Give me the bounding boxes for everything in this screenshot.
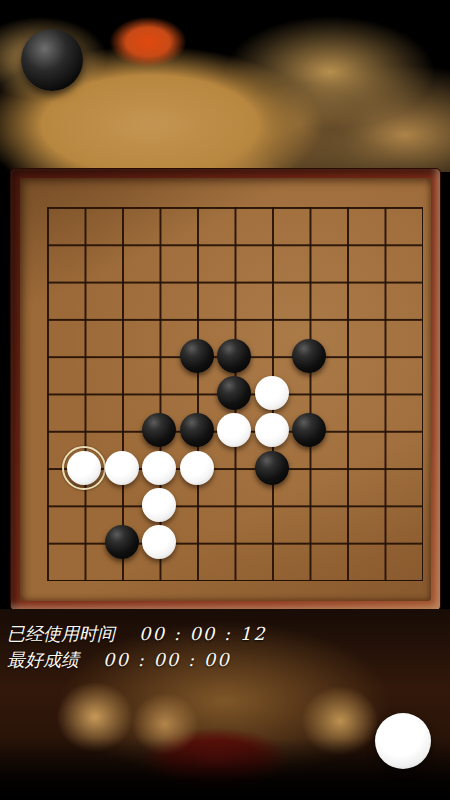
white-stone-last-move [67,451,101,485]
black-stone [105,525,139,559]
white-stone [180,451,214,485]
board-frame [10,168,441,611]
game-screen: 已经使用时间00 : 00 : 12 最好成绩00 : 00 : 00 [0,0,450,800]
decor-white-stone [375,713,431,769]
black-stone [180,339,214,373]
white-stone [142,525,176,559]
best-score-label: 最好成绩 [7,649,79,670]
white-stone [105,451,139,485]
elapsed-time-label: 已经使用时间 [7,623,115,644]
board-surface [20,178,431,601]
best-score-row: 最好成绩00 : 00 : 00 [7,647,443,673]
white-stone [217,413,251,447]
white-stone [142,488,176,522]
white-stone [255,413,289,447]
black-stone [217,339,251,373]
best-score-value: 00 : 00 : 00 [103,649,231,670]
elapsed-time-value: 00 : 00 : 12 [139,623,267,644]
white-stone [142,451,176,485]
white-stone [255,376,289,410]
black-stone [255,451,289,485]
black-stone [180,413,214,447]
elapsed-time-row: 已经使用时间00 : 00 : 12 [7,621,443,647]
board-grid[interactable] [47,207,423,581]
black-stone [292,413,326,447]
black-stone [142,413,176,447]
black-stone [292,339,326,373]
status-panel: 已经使用时间00 : 00 : 12 最好成绩00 : 00 : 00 [7,621,443,673]
decor-black-stone [21,29,83,91]
black-stone [217,376,251,410]
